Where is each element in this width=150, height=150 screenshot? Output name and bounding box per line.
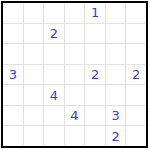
cell-r7c3[interactable] bbox=[44, 126, 64, 146]
cell-r1c4[interactable] bbox=[65, 3, 85, 23]
cell-r2c5[interactable] bbox=[85, 24, 105, 44]
cell-r7c6-clue: 2 bbox=[106, 126, 126, 146]
cell-r6c1[interactable] bbox=[3, 106, 23, 126]
cell-r2c1[interactable] bbox=[3, 24, 23, 44]
cell-r6c6-clue: 3 bbox=[106, 106, 126, 126]
cell-r3c5[interactable] bbox=[85, 44, 105, 64]
cell-r5c2[interactable] bbox=[24, 85, 44, 105]
cell-r4c4[interactable] bbox=[65, 65, 85, 85]
cell-r1c2[interactable] bbox=[24, 3, 44, 23]
cell-r4c2[interactable] bbox=[24, 65, 44, 85]
cell-r4c7-clue: 2 bbox=[126, 65, 146, 85]
cell-r1c6[interactable] bbox=[106, 3, 126, 23]
cell-r5c1[interactable] bbox=[3, 85, 23, 105]
cell-r1c5-clue: 1 bbox=[85, 3, 105, 23]
cell-r7c4[interactable] bbox=[65, 126, 85, 146]
cell-r5c4[interactable] bbox=[65, 85, 85, 105]
cell-r3c6[interactable] bbox=[106, 44, 126, 64]
cell-r1c3[interactable] bbox=[44, 3, 64, 23]
cell-r3c3[interactable] bbox=[44, 44, 64, 64]
cell-r4c3[interactable] bbox=[44, 65, 64, 85]
cell-r7c2[interactable] bbox=[24, 126, 44, 146]
cell-r6c7[interactable] bbox=[126, 106, 146, 126]
nurikabe-board: 123224432 bbox=[1, 1, 148, 148]
cell-r1c7[interactable] bbox=[126, 3, 146, 23]
cell-r2c7[interactable] bbox=[126, 24, 146, 44]
cell-r5c7[interactable] bbox=[126, 85, 146, 105]
cell-r3c7[interactable] bbox=[126, 44, 146, 64]
cell-r7c1[interactable] bbox=[3, 126, 23, 146]
cell-r2c2[interactable] bbox=[24, 24, 44, 44]
cell-r4c5-clue: 2 bbox=[85, 65, 105, 85]
cell-r3c4[interactable] bbox=[65, 44, 85, 64]
cell-r2c3-clue: 2 bbox=[44, 24, 64, 44]
cell-r5c6[interactable] bbox=[106, 85, 126, 105]
cell-r7c7[interactable] bbox=[126, 126, 146, 146]
cell-r3c2[interactable] bbox=[24, 44, 44, 64]
cell-r1c1[interactable] bbox=[3, 3, 23, 23]
cell-r4c1-clue: 3 bbox=[3, 65, 23, 85]
cell-r6c4-clue: 4 bbox=[65, 106, 85, 126]
cell-r5c5[interactable] bbox=[85, 85, 105, 105]
cell-r2c6[interactable] bbox=[106, 24, 126, 44]
cell-r7c5[interactable] bbox=[85, 126, 105, 146]
cell-r3c1[interactable] bbox=[3, 44, 23, 64]
cell-r6c3[interactable] bbox=[44, 106, 64, 126]
cell-r6c5[interactable] bbox=[85, 106, 105, 126]
cell-r2c4[interactable] bbox=[65, 24, 85, 44]
cell-r4c6[interactable] bbox=[106, 65, 126, 85]
cell-r6c2[interactable] bbox=[24, 106, 44, 126]
cell-r5c3-clue: 4 bbox=[44, 85, 64, 105]
